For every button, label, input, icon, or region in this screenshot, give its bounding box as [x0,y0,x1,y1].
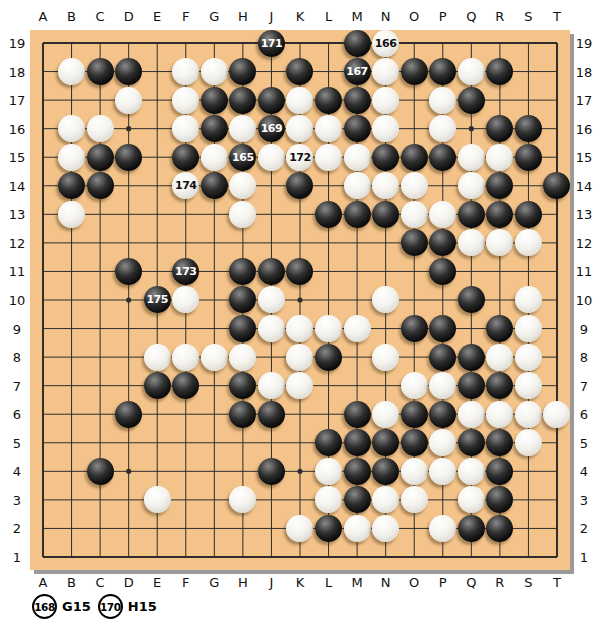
intersection-R16 [485,114,514,143]
intersection-F5 [171,428,200,457]
intersection-E10: 175 [143,286,172,315]
column-label: O [409,9,419,24]
column-label: S [524,9,532,24]
intersection-K16 [286,114,315,143]
intersection-H3 [229,485,258,514]
intersection-F17 [171,86,200,115]
stone-white-T6 [543,401,570,428]
intersection-H18 [229,57,258,86]
stone-white-F8 [172,344,199,371]
intersection-P2 [428,514,457,543]
stone-black-R4 [486,458,513,485]
intersection-G4 [200,457,229,486]
stone-black-G16 [201,115,228,142]
intersection-R1 [485,543,514,572]
intersection-B18 [57,57,86,86]
stone-black-Q7 [458,372,485,399]
column-label: A [39,575,48,590]
intersection-B12 [57,229,86,258]
stone-black-S13 [515,201,542,228]
intersection-N6 [371,400,400,429]
intersection-E4 [143,457,172,486]
column-label: J [270,575,274,590]
intersection-C9 [86,314,115,343]
intersection-H11 [229,257,258,286]
stone-black-H15: 165 [229,144,256,171]
stone-black-N15 [372,144,399,171]
stone-white-K16 [286,115,313,142]
intersection-C5 [86,428,115,457]
intersection-O15 [400,143,429,172]
stone-black-P12 [429,229,456,256]
stone-black-R13 [486,201,513,228]
intersection-C18 [86,57,115,86]
column-label: Q [466,575,476,590]
intersection-P17 [428,86,457,115]
column-label: P [439,575,447,590]
stone-white-P7 [429,372,456,399]
column-label: D [124,9,134,24]
intersection-E11 [143,257,172,286]
column-label: B [67,9,76,24]
column-label: N [381,575,391,590]
stone-black-L13 [315,201,342,228]
intersection-K15: 172 [286,143,315,172]
column-label: E [153,575,161,590]
intersection-E18 [143,57,172,86]
intersection-R12 [485,229,514,258]
stone-white-Q12 [458,229,485,256]
stone-white-Q18 [458,58,485,85]
intersection-T6 [543,400,572,429]
intersection-G13 [200,200,229,229]
intersection-S1 [514,543,543,572]
intersection-C11 [86,257,115,286]
intersection-J9 [257,314,286,343]
intersection-L14 [314,171,343,200]
stone-white-Q14 [458,172,485,199]
stone-white-P17 [429,87,456,114]
go-diagram: ABCDEFGHJKLMNOPQRST ABCDEFGHJKLMNOPQRST … [0,0,600,635]
stone-black-Q5 [458,429,485,456]
intersection-F4 [171,457,200,486]
intersection-E3 [143,485,172,514]
row-label: 11 [576,264,593,279]
intersection-H6 [229,400,258,429]
intersection-O2 [400,514,429,543]
intersection-O3 [400,485,429,514]
intersection-Q17 [457,86,486,115]
intersection-H1 [229,543,258,572]
stone-black-D11 [115,258,142,285]
intersection-L8 [314,343,343,372]
intersection-B16 [57,114,86,143]
intersection-C10 [86,286,115,315]
intersection-D17 [114,86,143,115]
intersection-Q2 [457,514,486,543]
intersection-O14 [400,171,429,200]
row-label: 19 [9,36,26,51]
stone-white-E3 [144,486,171,513]
intersection-T1 [543,543,572,572]
intersection-A15 [29,143,58,172]
intersection-K9 [286,314,315,343]
stone-white-S5 [515,429,542,456]
intersection-N14 [371,171,400,200]
intersection-Q13 [457,200,486,229]
stone-white-P2 [429,515,456,542]
intersection-E7 [143,371,172,400]
intersection-G11 [200,257,229,286]
stone-black-H6 [229,401,256,428]
intersection-G19 [200,29,229,58]
stone-black-K14 [286,172,313,199]
stone-black-M18: 167 [344,58,371,85]
stone-white-P16 [429,115,456,142]
stone-black-G17 [201,87,228,114]
intersection-A1 [29,543,58,572]
intersection-D19 [114,29,143,58]
stone-black-D15 [115,144,142,171]
stone-white-S12 [515,229,542,256]
intersection-R15 [485,143,514,172]
move-number-circle: 170 [98,594,123,619]
intersection-K7 [286,371,315,400]
stone-black-J6 [258,401,285,428]
column-label: R [495,9,504,24]
intersection-N4 [371,457,400,486]
intersection-Q5 [457,428,486,457]
intersection-J17 [257,86,286,115]
intersection-Q3 [457,485,486,514]
intersection-O10 [400,286,429,315]
intersection-S6 [514,400,543,429]
stone-white-G18 [201,58,228,85]
intersection-J8 [257,343,286,372]
row-label: 16 [9,121,26,136]
intersection-G5 [200,428,229,457]
intersection-K3 [286,485,315,514]
intersection-A16 [29,114,58,143]
intersection-G12 [200,229,229,258]
intersection-D13 [114,200,143,229]
stone-black-R2 [486,515,513,542]
stone-white-H8 [229,344,256,371]
intersection-R10 [485,286,514,315]
intersection-B6 [57,400,86,429]
intersection-L7 [314,371,343,400]
stone-black-O6 [401,401,428,428]
intersection-S4 [514,457,543,486]
intersection-C13 [86,200,115,229]
intersection-B10 [57,286,86,315]
intersection-D8 [114,343,143,372]
stone-black-C14 [87,172,114,199]
column-label: L [325,9,332,24]
intersection-P15 [428,143,457,172]
intersection-T2 [543,514,572,543]
intersection-E6 [143,400,172,429]
stone-white-P5 [429,429,456,456]
intersection-R5 [485,428,514,457]
column-label: A [39,9,48,24]
column-label: R [495,575,504,590]
intersection-Q10 [457,286,486,315]
intersection-K1 [286,543,315,572]
intersection-L15 [314,143,343,172]
column-label: H [238,9,248,24]
stone-black-H10 [229,286,256,313]
intersection-S12 [514,229,543,258]
column-label: M [352,9,363,24]
row-label: 8 [580,350,588,365]
intersection-K13 [286,200,315,229]
intersection-P7 [428,371,457,400]
intersection-T17 [543,86,572,115]
stone-white-O7 [401,372,428,399]
stone-black-K18 [286,58,313,85]
intersection-R18 [485,57,514,86]
stone-white-M9 [344,315,371,342]
intersection-J15 [257,143,286,172]
intersection-G1 [200,543,229,572]
intersection-J2 [257,514,286,543]
intersection-F6 [171,400,200,429]
stone-white-H16 [229,115,256,142]
intersection-S9 [514,314,543,343]
column-label: O [409,575,419,590]
intersection-N7 [371,371,400,400]
intersection-A18 [29,57,58,86]
row-label: 8 [13,350,21,365]
intersection-E19 [143,29,172,58]
stone-black-M5 [344,429,371,456]
intersection-O6 [400,400,429,429]
intersection-J11 [257,257,286,286]
stone-white-F10 [172,286,199,313]
stone-white-R12 [486,229,513,256]
column-label: L [325,575,332,590]
intersection-N18 [371,57,400,86]
stone-white-L15 [315,144,342,171]
intersection-S13 [514,200,543,229]
intersection-C7 [86,371,115,400]
intersection-E2 [143,514,172,543]
intersection-N1 [371,543,400,572]
intersection-Q18 [457,57,486,86]
intersection-L4 [314,457,343,486]
intersection-H5 [229,428,258,457]
intersection-L16 [314,114,343,143]
intersection-R7 [485,371,514,400]
stone-black-M17 [344,87,371,114]
row-label: 7 [580,378,588,393]
stone-black-M13 [344,201,371,228]
intersection-C8 [86,343,115,372]
stone-black-H17 [229,87,256,114]
stone-white-S9 [515,315,542,342]
intersection-S3 [514,485,543,514]
intersection-O4 [400,457,429,486]
intersection-K4 [286,457,315,486]
intersection-B7 [57,371,86,400]
stone-white-N3 [372,486,399,513]
intersection-B1 [57,543,86,572]
stone-black-N5 [372,429,399,456]
intersection-G3 [200,485,229,514]
stone-white-L4 [315,458,342,485]
row-label: 4 [13,464,21,479]
intersection-K5 [286,428,315,457]
intersection-C19 [86,29,115,58]
stone-black-L2 [315,515,342,542]
intersection-R14 [485,171,514,200]
stone-white-K2 [286,515,313,542]
intersection-E16 [143,114,172,143]
stone-black-Q13 [458,201,485,228]
intersection-H10 [229,286,258,315]
stone-move-label: 167 [346,66,367,77]
intersection-H14 [229,171,258,200]
stone-black-R3 [486,486,513,513]
intersection-A5 [29,428,58,457]
intersection-R4 [485,457,514,486]
column-label: K [296,575,305,590]
row-label: 15 [9,150,26,165]
intersection-O5 [400,428,429,457]
intersection-K6 [286,400,315,429]
intersection-N13 [371,200,400,229]
stone-black-R5 [486,429,513,456]
intersection-D14 [114,171,143,200]
stone-black-F7 [172,372,199,399]
row-label: 9 [13,321,21,336]
intersection-O1 [400,543,429,572]
intersection-S18 [514,57,543,86]
intersection-E17 [143,86,172,115]
intersection-P14 [428,171,457,200]
intersection-L18 [314,57,343,86]
intersection-K19 [286,29,315,58]
row-label: 14 [576,178,593,193]
intersection-C6 [86,400,115,429]
stone-move-label: 165 [232,152,253,163]
stone-white-M15 [344,144,371,171]
intersection-H8 [229,343,258,372]
stone-white-F17 [172,87,199,114]
stone-black-N4 [372,458,399,485]
stone-white-D17 [115,87,142,114]
intersection-Q16 [457,114,486,143]
stone-white-N19: 166 [372,30,399,57]
stone-black-J11 [258,258,285,285]
intersection-H17 [229,86,258,115]
intersection-P8 [428,343,457,372]
column-label: F [182,9,189,24]
go-board: 171166167169165172174173175 [30,30,570,570]
stone-black-P8 [429,344,456,371]
column-label: H [238,575,248,590]
stone-white-H13 [229,201,256,228]
intersection-G9 [200,314,229,343]
stone-white-S6 [515,401,542,428]
stone-white-K9 [286,315,313,342]
intersection-S5 [514,428,543,457]
row-label: 14 [9,178,26,193]
intersection-C4 [86,457,115,486]
move-number-circle: 168 [32,594,57,619]
intersection-M13 [343,200,372,229]
intersection-D3 [114,485,143,514]
intersection-T19 [543,29,572,58]
stone-black-O9 [401,315,428,342]
intersection-M14 [343,171,372,200]
intersection-M4 [343,457,372,486]
intersection-A13 [29,200,58,229]
intersection-Q19 [457,29,486,58]
intersection-N5 [371,428,400,457]
intersection-O12 [400,229,429,258]
intersection-T15 [543,143,572,172]
intersection-R17 [485,86,514,115]
intersection-M19 [343,29,372,58]
intersection-G17 [200,86,229,115]
intersection-F10 [171,286,200,315]
intersection-L5 [314,428,343,457]
row-label: 13 [576,207,593,222]
intersection-F3 [171,485,200,514]
stone-black-E7 [144,372,171,399]
row-label: 10 [9,293,26,308]
intersection-D9 [114,314,143,343]
intersection-E9 [143,314,172,343]
intersection-M17 [343,86,372,115]
column-label: G [209,9,219,24]
stone-white-N2 [372,515,399,542]
stone-white-B15 [58,144,85,171]
intersection-D15 [114,143,143,172]
column-label: J [270,9,274,24]
stone-white-O14 [401,172,428,199]
intersection-N16 [371,114,400,143]
intersection-T13 [543,200,572,229]
intersection-G16 [200,114,229,143]
stone-white-R15 [486,144,513,171]
stone-black-H18 [229,58,256,85]
intersection-F8 [171,343,200,372]
stone-black-F11: 173 [172,258,199,285]
column-label: Q [466,9,476,24]
column-label: B [67,575,76,590]
intersection-F13 [171,200,200,229]
stone-white-M2 [344,515,371,542]
intersection-L11 [314,257,343,286]
intersection-O11 [400,257,429,286]
row-label: 3 [13,492,21,507]
stone-black-L8 [315,344,342,371]
stone-white-N16 [372,115,399,142]
intersection-B14 [57,171,86,200]
intersection-N8 [371,343,400,372]
intersection-M6 [343,400,372,429]
intersection-A4 [29,457,58,486]
intersection-R2 [485,514,514,543]
stone-black-R9 [486,315,513,342]
stone-white-P4 [429,458,456,485]
intersection-J10 [257,286,286,315]
intersection-K8 [286,343,315,372]
intersection-D12 [114,229,143,258]
